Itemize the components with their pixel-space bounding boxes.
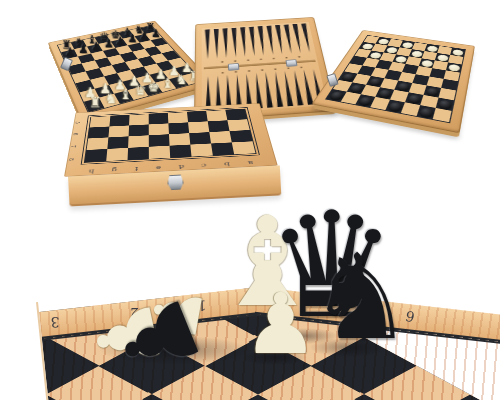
square <box>371 44 387 53</box>
square: ♟ <box>122 78 142 90</box>
square <box>389 62 406 72</box>
chess-piece: ♝ <box>123 27 133 38</box>
checker-piece <box>421 59 434 67</box>
closed-board-box: hgfedcba 5678 <box>55 97 288 211</box>
square: ♝ <box>83 38 99 47</box>
square <box>435 53 450 62</box>
backgammon-point <box>263 72 274 108</box>
checkers-grid <box>325 35 466 123</box>
square <box>156 44 174 53</box>
square <box>433 108 452 122</box>
checker-piece <box>377 38 389 44</box>
square <box>339 71 358 82</box>
box-front-face <box>68 165 281 206</box>
square <box>450 48 465 57</box>
square: ♛ <box>128 87 148 100</box>
checker-piece <box>401 42 413 49</box>
black-knight-standing: ♞ <box>308 238 414 356</box>
checker-piece <box>329 90 345 100</box>
square <box>208 120 230 132</box>
square <box>424 44 439 53</box>
piece-shadow <box>100 336 250 364</box>
square <box>341 92 361 105</box>
square <box>151 37 168 46</box>
chess-piece: ♟ <box>128 33 138 44</box>
square <box>90 76 109 88</box>
square <box>139 40 156 49</box>
chess-piece: ♛ <box>99 32 109 43</box>
chess-piece: ♟ <box>142 72 154 85</box>
file-letter: c <box>201 162 207 168</box>
file-letter: g <box>111 167 117 173</box>
chess-piece: ♝ <box>162 77 174 90</box>
square <box>150 53 168 63</box>
square <box>104 73 123 85</box>
foreground-board: 321 6 <box>0 276 500 400</box>
backgammon-board <box>190 0 330 106</box>
square <box>168 57 187 68</box>
square <box>132 49 150 59</box>
backgammon-point <box>234 74 243 110</box>
square <box>416 66 433 76</box>
checker-piece <box>425 87 439 97</box>
square <box>352 74 371 85</box>
piece-shadow <box>272 328 338 344</box>
chess-piece: ♟ <box>103 38 113 49</box>
square <box>90 116 111 127</box>
checker-piece <box>368 77 382 86</box>
chess-piece: ♝ <box>87 34 97 45</box>
checker-piece <box>358 96 374 106</box>
square: ♜ <box>140 26 156 34</box>
square <box>190 143 213 156</box>
white-bishop-standing: ♝ <box>212 200 323 324</box>
square <box>412 74 429 85</box>
square <box>87 137 109 150</box>
square <box>424 85 442 97</box>
square <box>419 58 435 68</box>
chess-piece: ♟ <box>100 82 112 95</box>
checker-piece <box>388 101 403 112</box>
square <box>95 58 113 69</box>
square <box>405 92 424 105</box>
border-number: 1 <box>198 297 207 313</box>
square: ♟ <box>86 44 102 53</box>
square <box>68 64 86 75</box>
square <box>355 94 375 107</box>
rank-number: 7 <box>69 145 78 148</box>
square <box>209 131 231 143</box>
square <box>170 145 192 158</box>
clasp <box>326 73 338 87</box>
chess-piece: ♟ <box>155 68 167 81</box>
chess-piece: ♞ <box>105 92 118 106</box>
square: ♟ <box>134 34 151 43</box>
wood-grain <box>0 276 500 400</box>
backgammon-interior <box>202 22 328 114</box>
checkers-board <box>312 0 492 125</box>
chess-piece: ♝ <box>120 88 132 102</box>
square <box>446 62 462 72</box>
product-photo-canvas: { "game": "chess", "product": "3-in-1 fo… <box>0 0 500 400</box>
square <box>144 46 162 56</box>
square <box>227 119 249 131</box>
square <box>427 77 444 88</box>
square: ♜ <box>182 73 202 85</box>
square <box>362 58 379 68</box>
chess-piece: ♛ <box>134 84 146 98</box>
square <box>168 122 189 134</box>
square <box>437 46 452 55</box>
checker-piece <box>341 73 356 82</box>
checker-piece <box>448 63 460 71</box>
square <box>156 60 175 71</box>
chess-piece: ♞ <box>75 37 85 48</box>
chess-piece: ♞ <box>176 73 188 86</box>
chess-piece: ♜ <box>90 96 103 110</box>
square <box>402 64 419 74</box>
square <box>103 48 120 58</box>
square: ♟ <box>123 36 140 45</box>
square <box>409 83 427 95</box>
checker-piece <box>407 94 422 104</box>
square <box>187 111 208 122</box>
piece-shadow <box>310 338 386 357</box>
checker-piece <box>411 50 423 57</box>
square <box>90 51 107 61</box>
checker-piece <box>426 45 438 52</box>
checker-piece <box>385 46 398 53</box>
chess-piece: ♟ <box>85 86 97 100</box>
square <box>64 56 81 66</box>
backgammon-point <box>301 23 313 52</box>
chess-piece: ♟ <box>139 30 149 41</box>
square <box>127 43 144 52</box>
square: ♟ <box>136 75 156 87</box>
square <box>392 54 408 64</box>
square <box>412 42 427 51</box>
square <box>108 125 129 137</box>
checker-piece <box>369 52 382 59</box>
backgammon-point <box>249 27 258 57</box>
square: ♟ <box>61 49 77 59</box>
square <box>358 65 376 75</box>
hinge <box>285 59 297 67</box>
clasp <box>167 174 184 190</box>
rank-number: 6 <box>72 133 81 136</box>
square: ♝ <box>114 90 134 104</box>
square <box>138 56 156 66</box>
file-letter: h <box>88 168 94 174</box>
square <box>371 68 389 79</box>
black-pawn-lying: ♟ <box>101 283 217 394</box>
file-letter: e <box>156 165 161 171</box>
board-border-right: 6 <box>255 287 500 345</box>
square <box>380 78 398 90</box>
square: ♟ <box>99 41 116 50</box>
backdrop <box>0 276 260 321</box>
backgammon-point <box>205 76 212 112</box>
open-chess-board: ♜♞♝♛♚♝♞♜♟♟♟♟♟♟♟♟♟♟♟♟♟♟♟♟♜♞♝♛♚♝♞♜ <box>40 0 210 119</box>
chess-piece: ♟ <box>78 43 88 55</box>
file-letters: hgfedcba <box>79 160 262 175</box>
square <box>398 72 415 83</box>
chess-grid: ♜♞♝♛♚♝♞♜♟♟♟♟♟♟♟♟♟♟♟♟♟♟♟♟♜♞♝♛♚♝♞♜ <box>57 25 204 113</box>
backgammon-point <box>291 70 303 105</box>
chess-piece: ♟ <box>181 62 192 75</box>
checker-piece <box>361 43 374 50</box>
checker-piece <box>394 55 407 63</box>
piece-shadow <box>243 350 307 365</box>
backgammon-point <box>301 69 314 104</box>
square: ♞ <box>99 94 119 108</box>
square: ♟ <box>80 89 99 102</box>
white-pawn-standing: ♟ <box>243 282 318 366</box>
square <box>333 80 352 92</box>
rank-number: 5 <box>74 121 82 124</box>
square <box>72 71 90 83</box>
black-queen-standing: ♛ <box>266 192 397 338</box>
square <box>112 62 130 73</box>
square <box>375 37 391 45</box>
white-pawn-lying: ♟ <box>81 293 174 380</box>
square: ♟ <box>111 39 128 48</box>
square <box>347 82 366 94</box>
square <box>117 70 136 82</box>
backgammon-point <box>282 71 294 107</box>
square <box>400 41 415 50</box>
backgammon-point <box>244 73 253 109</box>
file-letter: f <box>135 166 138 172</box>
checker-piece <box>377 89 392 99</box>
backgammon-point <box>205 29 211 59</box>
square: ♝ <box>118 30 134 38</box>
square <box>390 90 409 103</box>
square <box>143 63 162 74</box>
square <box>409 49 425 58</box>
backgammon-point <box>292 24 303 53</box>
backgammon-points-top <box>205 23 313 60</box>
backgammon-point <box>224 75 232 111</box>
file-letter: b <box>224 161 231 167</box>
square <box>370 97 390 110</box>
square <box>394 81 412 93</box>
square <box>326 89 346 101</box>
square <box>85 149 107 162</box>
square <box>401 102 420 116</box>
box-checker-pattern <box>84 109 257 163</box>
square: ♜ <box>84 98 104 112</box>
square <box>361 85 380 97</box>
backgammon-point <box>231 28 239 58</box>
peg-holes <box>212 54 307 63</box>
square: ♜ <box>58 43 74 52</box>
square <box>385 100 405 113</box>
square <box>107 136 128 149</box>
backgammon-point <box>272 71 283 107</box>
square <box>430 68 446 79</box>
file-letter: d <box>178 164 184 170</box>
square <box>439 88 456 100</box>
backgammon-point <box>213 29 220 59</box>
square <box>359 42 375 51</box>
square <box>432 60 448 70</box>
hinge <box>227 63 238 71</box>
square <box>149 146 170 159</box>
square: ♚ <box>142 83 162 96</box>
checker-piece <box>436 54 448 61</box>
square <box>189 132 211 144</box>
foreground-squares <box>0 276 500 400</box>
square <box>444 70 460 81</box>
backgammon-point <box>257 26 266 56</box>
checker-piece <box>349 84 364 93</box>
square: ♟ <box>175 65 195 76</box>
checker-piece <box>438 99 452 109</box>
backgammon-point <box>253 73 263 109</box>
square <box>129 114 149 125</box>
square <box>125 59 143 70</box>
square <box>206 110 227 121</box>
square <box>128 147 149 160</box>
square <box>448 55 463 65</box>
square <box>375 87 394 99</box>
square <box>375 60 392 70</box>
square: ♝ <box>155 80 175 93</box>
square <box>422 51 437 60</box>
square <box>355 49 372 58</box>
backgammon-point <box>222 28 229 58</box>
backgammon-point <box>283 24 294 53</box>
square <box>109 115 129 126</box>
white-pawn-lying-hidden: ♟ <box>142 280 213 346</box>
backdrop <box>228 276 290 287</box>
square <box>106 148 128 161</box>
square: ♟ <box>108 81 128 94</box>
square <box>367 51 384 60</box>
square <box>149 134 170 147</box>
chess-piece: ♟ <box>151 28 161 39</box>
chess-piece: ♟ <box>128 75 140 88</box>
peg-holes <box>212 65 309 75</box>
square <box>417 105 436 119</box>
clasp <box>60 57 73 72</box>
square <box>380 52 396 61</box>
square: ♟ <box>162 68 182 79</box>
border-number: 2 <box>130 305 139 321</box>
square: ♛ <box>95 35 111 44</box>
backgammon-point <box>215 75 222 111</box>
chess-piece: ♟ <box>116 35 126 46</box>
checker-piece <box>419 107 434 118</box>
square <box>387 39 402 47</box>
square <box>344 63 362 73</box>
square: ♞ <box>169 76 189 88</box>
chess-piece: ♟ <box>169 65 180 78</box>
square <box>211 142 234 155</box>
rank-number: 8 <box>67 158 76 161</box>
square <box>406 56 422 66</box>
chess-piece: ♚ <box>111 29 121 40</box>
square <box>130 67 149 78</box>
box-top-face: hgfedcba 5678 <box>64 103 278 177</box>
square <box>169 133 190 145</box>
chess-piece: ♜ <box>145 22 155 33</box>
square: ♟ <box>94 85 114 98</box>
checker-piece <box>396 82 410 91</box>
square <box>436 98 454 111</box>
square <box>384 70 402 81</box>
square <box>230 130 253 142</box>
square <box>149 123 169 135</box>
square: ♚ <box>107 33 123 42</box>
border-number: 6 <box>404 308 416 326</box>
checker-piece <box>452 49 464 56</box>
chess-piece: ♟ <box>114 79 126 92</box>
board-left-edge <box>0 302 52 400</box>
square <box>162 50 180 60</box>
board-border-left: 321 <box>0 287 261 350</box>
chess-piece: ♜ <box>62 39 72 50</box>
chess-piece: ♞ <box>134 24 144 35</box>
square <box>115 45 132 55</box>
square <box>188 121 209 133</box>
border-number: 3 <box>51 314 60 330</box>
square <box>384 45 400 54</box>
square <box>120 52 138 62</box>
chess-piece: ♚ <box>148 80 160 93</box>
square <box>128 135 149 148</box>
square <box>232 141 256 154</box>
file-letter: a <box>247 160 254 166</box>
backgammon-point <box>275 25 285 54</box>
square <box>168 112 188 123</box>
backgammon-points-bottom <box>205 67 324 112</box>
square: ♟ <box>149 71 169 83</box>
square <box>99 65 117 76</box>
chess-piece: ♟ <box>91 40 101 51</box>
backgammon-point <box>266 26 276 55</box>
chess-piece: ♜ <box>189 70 201 83</box>
square <box>75 80 94 93</box>
square: ♞ <box>71 40 87 49</box>
square <box>350 56 367 66</box>
square <box>149 113 169 124</box>
square <box>88 126 109 138</box>
fold-seam <box>204 60 316 70</box>
square: ♟ <box>74 47 90 57</box>
square <box>420 95 438 108</box>
square <box>85 68 103 79</box>
backdrop <box>258 276 500 317</box>
square <box>81 61 99 72</box>
square: ♞ <box>129 28 145 36</box>
square <box>78 53 95 63</box>
backgammon-point <box>240 27 248 57</box>
square <box>364 36 380 44</box>
square <box>441 79 458 91</box>
square <box>366 76 384 87</box>
square <box>129 124 149 136</box>
square: ♟ <box>145 31 162 40</box>
rank-numbers: 5678 <box>68 117 81 167</box>
square <box>225 109 247 120</box>
square <box>396 47 412 56</box>
square <box>107 55 125 65</box>
backgammon-point <box>310 69 324 104</box>
chess-piece: ♟ <box>65 46 76 58</box>
